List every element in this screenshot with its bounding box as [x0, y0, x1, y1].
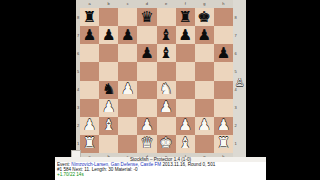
game-info-panel: Stockfish – Protector 1.4 (1-0) Event: N…: [55, 157, 266, 180]
piece-bP-a7[interactable]: ♟: [83, 27, 96, 42]
square-h2[interactable]: ♟: [214, 117, 233, 135]
square-h5[interactable]: [214, 62, 233, 80]
event-date-round: 2013.11.16, Round 0, 501: [161, 162, 215, 167]
square-a2[interactable]: ♟: [80, 117, 99, 135]
file-label-d: d: [137, 0, 156, 8]
square-c8[interactable]: [118, 8, 137, 26]
square-g2[interactable]: ♟: [195, 117, 214, 135]
square-d2[interactable]: ♟: [137, 117, 156, 135]
piece-bB-e7[interactable]: ♝: [159, 27, 172, 42]
square-e6[interactable]: ♝: [157, 44, 176, 62]
piece-wR-a1[interactable]: ♜: [83, 136, 96, 151]
file-label-f: f: [176, 0, 195, 8]
square-b1[interactable]: [99, 135, 118, 153]
piece-bP-f7[interactable]: ♟: [178, 27, 191, 42]
rank-label-3: 3: [233, 99, 238, 117]
square-f3[interactable]: [176, 99, 195, 117]
square-g5[interactable]: [195, 62, 214, 80]
square-a4[interactable]: [80, 81, 99, 99]
piece-wP-h2[interactable]: ♟: [217, 118, 230, 133]
file-labels-top: abcdefgh: [80, 0, 233, 8]
file-label-h: h: [214, 0, 233, 8]
square-c2[interactable]: [118, 117, 137, 135]
piece-bK-g8[interactable]: ♚: [198, 9, 211, 24]
piece-wP-g2[interactable]: ♟: [198, 118, 211, 133]
square-a5[interactable]: [80, 62, 99, 80]
square-c1[interactable]: [118, 135, 137, 153]
piece-wP-f2[interactable]: ♟: [178, 118, 191, 133]
square-f4[interactable]: [176, 81, 195, 99]
piece-bP-h6[interactable]: ♟: [217, 45, 230, 60]
square-g4[interactable]: [195, 81, 214, 99]
piece-wB-f1[interactable]: ♝: [178, 136, 191, 151]
rank-label-7: 7: [233, 26, 238, 44]
square-b6[interactable]: [99, 44, 118, 62]
file-label-e: e: [157, 0, 176, 8]
square-h8[interactable]: [214, 8, 233, 26]
square-a7[interactable]: ♟: [80, 26, 99, 44]
square-g6[interactable]: [195, 44, 214, 62]
square-e3[interactable]: ♟: [157, 99, 176, 117]
file-label-c: c: [118, 0, 137, 8]
square-e7[interactable]: ♝: [157, 26, 176, 44]
square-d8[interactable]: ♛: [137, 8, 156, 26]
piece-wP-e3[interactable]: ♟: [159, 100, 172, 115]
square-h7[interactable]: [214, 26, 233, 44]
square-d3[interactable]: [137, 99, 156, 117]
square-b8[interactable]: [99, 8, 118, 26]
piece-bB-e6[interactable]: ♝: [159, 45, 172, 60]
video-frame: abcdefgh abcdefgh 87654321 87654321 ♜♛♜♚…: [0, 0, 320, 180]
square-h6[interactable]: ♟: [214, 44, 233, 62]
piece-bP-g7[interactable]: ♟: [198, 27, 211, 42]
square-b5[interactable]: [99, 62, 118, 80]
square-d5[interactable]: [137, 62, 156, 80]
square-a8[interactable]: ♜: [80, 8, 99, 26]
square-c6[interactable]: [118, 44, 137, 62]
piece-bP-d6[interactable]: ♟: [140, 45, 153, 60]
square-e2[interactable]: [157, 117, 176, 135]
square-g8[interactable]: ♚: [195, 8, 214, 26]
square-f2[interactable]: ♟: [176, 117, 195, 135]
square-e1[interactable]: ♚: [157, 135, 176, 153]
square-e4[interactable]: ♞: [157, 81, 176, 99]
square-f8[interactable]: ♜: [176, 8, 195, 26]
square-f7[interactable]: ♟: [176, 26, 195, 44]
square-g7[interactable]: ♟: [195, 26, 214, 44]
square-a3[interactable]: [80, 99, 99, 117]
piece-wP-c4[interactable]: ♟: [121, 82, 134, 97]
square-b7[interactable]: ♟: [99, 26, 118, 44]
square-d4[interactable]: [137, 81, 156, 99]
square-a1[interactable]: ♜: [80, 135, 99, 153]
file-label-a: a: [80, 0, 99, 8]
white-pawn-icon: ♙: [234, 76, 246, 90]
square-g1[interactable]: [195, 135, 214, 153]
chess-board[interactable]: ♜♛♜♚♟♟♟♝♟♟♟♝♟♞♟♞♟♟♟♝♟♟♟♟♜♛♚♝♜: [80, 8, 233, 153]
rank-label-8: 8: [233, 8, 238, 26]
file-label-g: g: [195, 0, 214, 8]
square-c3[interactable]: [118, 99, 137, 117]
square-f6[interactable]: [176, 44, 195, 62]
square-h1[interactable]: ♜: [214, 135, 233, 153]
engine-eval-line: +1.70/22 14s: [55, 172, 266, 177]
square-c4[interactable]: ♟: [118, 81, 137, 99]
square-a6[interactable]: [80, 44, 99, 62]
piece-wP-d2[interactable]: ♟: [140, 118, 153, 133]
square-d1[interactable]: ♛: [137, 135, 156, 153]
square-c7[interactable]: ♟: [118, 26, 137, 44]
piece-bP-c7[interactable]: ♟: [121, 27, 134, 42]
file-label-b: b: [99, 0, 118, 8]
square-b4[interactable]: ♞: [99, 81, 118, 99]
rank-label-6: 6: [233, 44, 238, 62]
square-f5[interactable]: [176, 62, 195, 80]
piece-bN-b4[interactable]: ♞: [102, 82, 115, 97]
piece-bP-b7[interactable]: ♟: [102, 27, 115, 42]
piece-wB-b2[interactable]: ♝: [102, 118, 115, 133]
piece-wP-b3[interactable]: ♟: [102, 100, 115, 115]
rank-label-1: 1: [233, 135, 238, 153]
square-c5[interactable]: [118, 62, 137, 80]
square-f1[interactable]: ♝: [176, 135, 195, 153]
piece-bR-a8[interactable]: ♜: [83, 9, 96, 24]
square-e8[interactable]: [157, 8, 176, 26]
square-e5[interactable]: [157, 62, 176, 80]
piece-bR-f8[interactable]: ♜: [178, 9, 191, 24]
piece-wP-a2[interactable]: ♟: [83, 118, 96, 133]
piece-wR-h1[interactable]: ♜: [217, 136, 230, 151]
square-d6[interactable]: ♟: [137, 44, 156, 62]
rank-label-2: 2: [233, 117, 238, 135]
square-d7[interactable]: [137, 26, 156, 44]
piece-bQ-d8[interactable]: ♛: [140, 9, 153, 24]
piece-wN-e4[interactable]: ♞: [159, 82, 172, 97]
piece-wQ-d1[interactable]: ♛: [140, 136, 153, 151]
piece-wK-e1[interactable]: ♚: [159, 136, 172, 151]
square-b3[interactable]: ♟: [99, 99, 118, 117]
square-h3[interactable]: [214, 99, 233, 117]
square-g3[interactable]: [195, 99, 214, 117]
square-h4[interactable]: [214, 81, 233, 99]
square-b2[interactable]: ♝: [99, 117, 118, 135]
